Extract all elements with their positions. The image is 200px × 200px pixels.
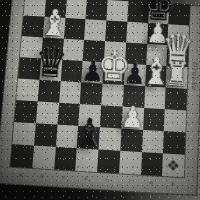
file-label-g: g <box>140 178 162 188</box>
black-bishop-d2: ♝ <box>72 112 105 153</box>
white-rook-h5: ♜ <box>163 57 190 91</box>
square-g3 <box>143 108 165 131</box>
square-a1 <box>10 144 34 168</box>
square-d2: ♝ <box>77 126 100 150</box>
square-h3 <box>164 109 186 132</box>
chess-photo: ♚♝♟♛♛♟♚♟♝♜♟♝❖ abcdefgh Drueke <box>0 0 200 200</box>
square-b1 <box>32 146 55 170</box>
square-e8 <box>106 0 128 22</box>
square-f3: ♟ <box>121 107 143 130</box>
white-bishop-b7: ♝ <box>38 4 70 42</box>
file-label-c: c <box>53 172 75 182</box>
file-label-f: f <box>118 176 140 186</box>
square-d7 <box>84 19 106 41</box>
file-label-b: b <box>31 171 53 181</box>
square-f1 <box>119 151 142 175</box>
square-b2 <box>34 123 57 147</box>
chess-board: ♚♝♟♛♛♟♚♟♝♜♟♝❖ abcdefgh Drueke <box>0 0 200 196</box>
square-b7: ♝ <box>43 17 65 39</box>
file-label-d: d <box>75 174 97 184</box>
file-label-h: h <box>162 179 184 189</box>
square-d8 <box>86 0 108 20</box>
board-squares: ♚♝♟♛♛♟♚♟♝♜♟♝❖ <box>10 0 190 177</box>
square-a3 <box>14 100 37 123</box>
square-b3 <box>36 101 59 124</box>
square-g1 <box>141 152 164 176</box>
square-a2 <box>12 122 35 146</box>
square-h2 <box>163 131 185 155</box>
square-e7 <box>105 20 127 42</box>
square-h5: ♜ <box>166 66 188 89</box>
white-pawn-f3: ♟ <box>120 102 144 133</box>
square-g2 <box>142 130 164 154</box>
square-h1: ❖ <box>162 153 184 177</box>
square-e5: ♚ <box>103 62 125 85</box>
black-queen-b5: ♛ <box>33 41 69 84</box>
board-maker-emblem-icon: ❖ <box>163 154 185 177</box>
square-b5: ♛ <box>39 58 62 81</box>
file-label-a: a <box>9 170 32 180</box>
file-label-e: e <box>96 175 118 185</box>
